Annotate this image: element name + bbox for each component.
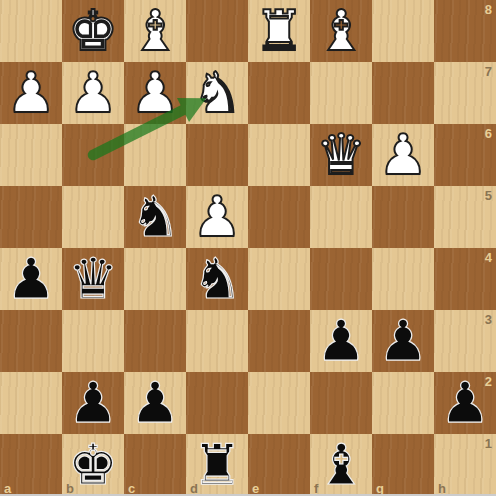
square-e7[interactable] (248, 62, 310, 124)
square-g8[interactable] (372, 0, 434, 62)
piece-white-pawn[interactable]: ♟ (372, 124, 434, 186)
piece-white-bishop[interactable]: ♝ (310, 0, 372, 62)
square-f8[interactable]: ♝ (310, 0, 372, 62)
square-a4[interactable]: ♟ (0, 248, 62, 310)
rank-label-8: 8 (485, 2, 492, 17)
chess-board[interactable]: ♚♝♜♝8♟♟♟♞7♛♟6♞♟5♟♛♞4♟♟3♟♟2♟ab♚cd♜ef♝g1h (0, 0, 496, 496)
square-c6[interactable] (124, 124, 186, 186)
square-b3[interactable] (62, 310, 124, 372)
square-h7[interactable]: 7 (434, 62, 496, 124)
rank-label-3: 3 (485, 312, 492, 327)
square-d4[interactable]: ♞ (186, 248, 248, 310)
square-h3[interactable]: 3 (434, 310, 496, 372)
square-b2[interactable]: ♟ (62, 372, 124, 434)
square-e4[interactable] (248, 248, 310, 310)
piece-black-pawn[interactable]: ♟ (434, 372, 496, 434)
square-b7[interactable]: ♟ (62, 62, 124, 124)
piece-black-knight[interactable]: ♞ (186, 248, 248, 310)
square-d2[interactable] (186, 372, 248, 434)
square-a1[interactable]: a (0, 434, 62, 496)
square-g7[interactable] (372, 62, 434, 124)
rank-label-4: 4 (485, 250, 492, 265)
square-h2[interactable]: 2♟ (434, 372, 496, 434)
piece-black-pawn[interactable]: ♟ (124, 372, 186, 434)
piece-white-pawn[interactable]: ♟ (62, 62, 124, 124)
square-g5[interactable] (372, 186, 434, 248)
square-b1[interactable]: b♚ (62, 434, 124, 496)
square-f6[interactable]: ♛ (310, 124, 372, 186)
square-d1[interactable]: d♜ (186, 434, 248, 496)
square-a6[interactable] (0, 124, 62, 186)
square-e5[interactable] (248, 186, 310, 248)
square-d7[interactable]: ♞ (186, 62, 248, 124)
square-b6[interactable] (62, 124, 124, 186)
square-f3[interactable]: ♟ (310, 310, 372, 372)
piece-black-pawn[interactable]: ♟ (310, 310, 372, 372)
piece-white-pawn[interactable]: ♟ (186, 186, 248, 248)
chess-app-screenshot: ♚♝♜♝8♟♟♟♞7♛♟6♞♟5♟♛♞4♟♟3♟♟2♟ab♚cd♜ef♝g1h (0, 0, 496, 496)
square-e8[interactable]: ♜ (248, 0, 310, 62)
piece-black-pawn[interactable]: ♟ (62, 372, 124, 434)
square-d5[interactable]: ♟ (186, 186, 248, 248)
square-h5[interactable]: 5 (434, 186, 496, 248)
square-c3[interactable] (124, 310, 186, 372)
piece-white-pawn[interactable]: ♟ (124, 62, 186, 124)
square-a5[interactable] (0, 186, 62, 248)
square-c5[interactable]: ♞ (124, 186, 186, 248)
square-c4[interactable] (124, 248, 186, 310)
rank-label-6: 6 (485, 126, 492, 141)
square-g1[interactable]: g (372, 434, 434, 496)
square-f1[interactable]: f♝ (310, 434, 372, 496)
piece-white-bishop[interactable]: ♝ (124, 0, 186, 62)
square-e3[interactable] (248, 310, 310, 372)
square-c7[interactable]: ♟ (124, 62, 186, 124)
piece-white-rook[interactable]: ♜ (248, 0, 310, 62)
piece-white-pawn[interactable]: ♟ (0, 62, 62, 124)
square-f2[interactable] (310, 372, 372, 434)
piece-white-king[interactable]: ♚ (62, 0, 124, 62)
square-h1[interactable]: 1h (434, 434, 496, 496)
square-a3[interactable] (0, 310, 62, 372)
square-a8[interactable] (0, 0, 62, 62)
rank-label-5: 5 (485, 188, 492, 203)
square-a2[interactable] (0, 372, 62, 434)
square-h6[interactable]: 6 (434, 124, 496, 186)
square-d8[interactable] (186, 0, 248, 62)
piece-black-bishop[interactable]: ♝ (310, 434, 372, 496)
square-g3[interactable]: ♟ (372, 310, 434, 372)
piece-black-pawn[interactable]: ♟ (0, 248, 62, 310)
square-f7[interactable] (310, 62, 372, 124)
square-c1[interactable]: c (124, 434, 186, 496)
piece-black-rook[interactable]: ♜ (186, 434, 248, 496)
square-g2[interactable] (372, 372, 434, 434)
square-f4[interactable] (310, 248, 372, 310)
square-b4[interactable]: ♛ (62, 248, 124, 310)
square-g6[interactable]: ♟ (372, 124, 434, 186)
square-e6[interactable] (248, 124, 310, 186)
square-e1[interactable]: e (248, 434, 310, 496)
rank-label-1: 1 (485, 436, 492, 451)
square-d6[interactable] (186, 124, 248, 186)
piece-black-pawn[interactable]: ♟ (372, 310, 434, 372)
square-a7[interactable]: ♟ (0, 62, 62, 124)
square-c8[interactable]: ♝ (124, 0, 186, 62)
square-g4[interactable] (372, 248, 434, 310)
square-f5[interactable] (310, 186, 372, 248)
square-h4[interactable]: 4 (434, 248, 496, 310)
square-c2[interactable]: ♟ (124, 372, 186, 434)
piece-white-knight[interactable]: ♞ (186, 62, 248, 124)
rank-label-7: 7 (485, 64, 492, 79)
piece-black-queen[interactable]: ♛ (62, 248, 124, 310)
square-d3[interactable] (186, 310, 248, 372)
piece-white-queen[interactable]: ♛ (310, 124, 372, 186)
square-b5[interactable] (62, 186, 124, 248)
piece-black-knight[interactable]: ♞ (124, 186, 186, 248)
square-e2[interactable] (248, 372, 310, 434)
square-b8[interactable]: ♚ (62, 0, 124, 62)
square-h8[interactable]: 8 (434, 0, 496, 62)
piece-black-king[interactable]: ♚ (62, 434, 124, 496)
